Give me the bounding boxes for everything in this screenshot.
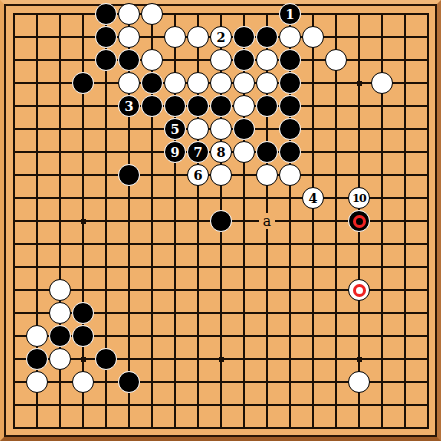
stone-white <box>118 72 140 94</box>
stone-black <box>256 26 278 48</box>
stone-white <box>210 164 232 186</box>
grid-line-vertical <box>404 13 406 429</box>
stone-white <box>49 302 71 324</box>
stone-black <box>279 95 301 117</box>
grid-line-horizontal <box>13 243 429 245</box>
stone-black <box>233 118 255 140</box>
stone-white <box>371 72 393 94</box>
grid-line-horizontal <box>13 404 429 406</box>
stone-black <box>210 95 232 117</box>
stone-white <box>187 72 209 94</box>
move-8-stone-white: 8 <box>210 141 232 163</box>
stone-white <box>164 26 186 48</box>
stone-black <box>256 95 278 117</box>
marked-white-stone <box>348 279 370 301</box>
stone-white <box>348 371 370 393</box>
stone-black <box>164 95 186 117</box>
stone-black <box>279 49 301 71</box>
move-4-stone-white: 4 <box>302 187 324 209</box>
stone-black <box>95 348 117 370</box>
star-point <box>81 357 86 362</box>
move-6-stone-white: 6 <box>187 164 209 186</box>
stone-white <box>72 371 94 393</box>
stone-white <box>302 26 324 48</box>
move-1-stone-black: 1 <box>279 3 301 25</box>
stone-white <box>26 325 48 347</box>
stone-black <box>95 49 117 71</box>
stone-black <box>233 49 255 71</box>
stone-white <box>210 118 232 140</box>
stone-white <box>49 348 71 370</box>
stone-white <box>256 72 278 94</box>
circle-mark <box>353 284 366 297</box>
stone-white <box>279 164 301 186</box>
stone-black <box>118 164 140 186</box>
stone-white <box>233 95 255 117</box>
stone-white <box>279 26 301 48</box>
move-5-stone-black: 5 <box>164 118 186 140</box>
stone-black <box>72 302 94 324</box>
stone-white <box>26 371 48 393</box>
stone-white <box>325 49 347 71</box>
grid-line-vertical <box>312 13 314 429</box>
stone-white <box>187 118 209 140</box>
move-10-stone-white: 10 <box>348 187 370 209</box>
stone-black <box>279 141 301 163</box>
stone-black <box>26 348 48 370</box>
grid-line-horizontal <box>13 427 429 429</box>
star-point <box>357 357 362 362</box>
stone-white <box>256 164 278 186</box>
stone-white <box>233 141 255 163</box>
stone-black <box>141 95 163 117</box>
stone-black <box>210 210 232 232</box>
stone-black <box>279 118 301 140</box>
move-9-stone-black: 9 <box>164 141 186 163</box>
stone-black <box>256 141 278 163</box>
stone-black <box>118 49 140 71</box>
marked-black-stone <box>348 210 370 232</box>
stone-white <box>49 279 71 301</box>
grid-line-horizontal <box>13 266 429 268</box>
stone-black <box>233 26 255 48</box>
stone-black <box>187 95 209 117</box>
grid-line-vertical <box>427 13 429 429</box>
go-board: 12359786410a <box>0 0 441 441</box>
stone-white <box>164 72 186 94</box>
stone-white <box>233 72 255 94</box>
stone-white <box>187 26 209 48</box>
star-point <box>81 219 86 224</box>
move-7-stone-black: 7 <box>187 141 209 163</box>
stone-black <box>95 26 117 48</box>
stone-black <box>95 3 117 25</box>
stone-black <box>279 72 301 94</box>
star-point <box>219 357 224 362</box>
star-point <box>357 81 362 86</box>
stone-white <box>141 49 163 71</box>
move-3-stone-black: 3 <box>118 95 140 117</box>
stone-black <box>118 371 140 393</box>
stone-black <box>141 72 163 94</box>
stone-white <box>210 72 232 94</box>
stone-white <box>141 3 163 25</box>
circle-mark <box>353 215 366 228</box>
grid-line-vertical <box>335 13 337 429</box>
stone-white <box>118 3 140 25</box>
stone-white <box>118 26 140 48</box>
move-2-stone-white: 2 <box>210 26 232 48</box>
stone-white <box>256 49 278 71</box>
stone-black <box>49 325 71 347</box>
stone-white <box>210 49 232 71</box>
stone-black <box>72 72 94 94</box>
point-label-a: a <box>259 213 275 229</box>
stone-black <box>72 325 94 347</box>
